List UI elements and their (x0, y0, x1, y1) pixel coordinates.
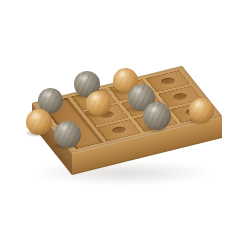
pieces-layer (0, 0, 250, 250)
ball-gray-r3c2[interactable] (143, 102, 171, 130)
product-photo-scene (0, 0, 250, 250)
ball-gray-storage-2[interactable] (54, 121, 81, 148)
ball-tan-r3c3[interactable] (189, 98, 214, 123)
ball-tan-storage-1[interactable] (26, 109, 52, 135)
ball-tan-r2c1[interactable] (86, 91, 111, 116)
